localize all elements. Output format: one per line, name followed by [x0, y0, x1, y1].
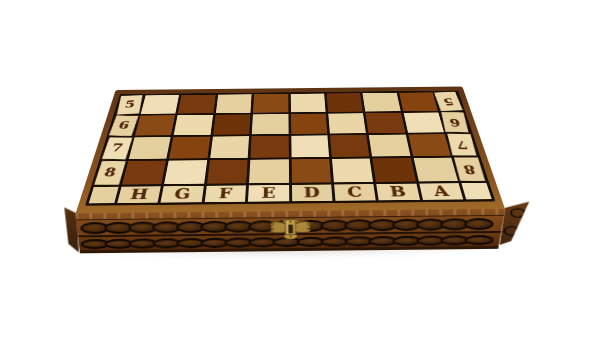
box-front-face: [75, 209, 505, 254]
square-h5: [140, 95, 179, 114]
square-f6: [213, 114, 251, 134]
square-a7: [408, 134, 451, 156]
chess-box: 55667788HGFEDCBA: [0, 0, 600, 360]
rank-label-right-6: 6: [442, 112, 469, 132]
square-h8: [122, 160, 166, 184]
square-b8: [373, 158, 416, 182]
square-b6: [366, 113, 405, 133]
file-label-d: D: [291, 184, 332, 201]
file-label-b: B: [377, 183, 420, 200]
square-e8: [249, 159, 289, 183]
rank-label-left-7: 7: [102, 137, 132, 159]
corner-cell-right: [462, 183, 492, 200]
square-c8: [332, 158, 373, 182]
corner-cell-left: [89, 186, 119, 203]
square-h7: [129, 137, 171, 159]
rank-label-right-5: 5: [435, 92, 463, 111]
square-c5: [327, 93, 363, 112]
square-c6: [328, 113, 366, 133]
square-d5: [290, 94, 325, 113]
photo-stage: 55667788HGFEDCBA: [0, 0, 600, 360]
file-label-h: H: [117, 186, 161, 203]
square-d8: [291, 159, 331, 183]
rank-label-right-7: 7: [448, 134, 477, 156]
file-label-g: G: [161, 186, 204, 203]
carved-circle: [465, 234, 494, 244]
square-d7: [291, 135, 329, 157]
square-f7: [210, 136, 249, 158]
square-f8: [207, 160, 248, 184]
chessboard-grid: 55667788HGFEDCBA: [85, 91, 495, 206]
board-top-face: 55667788HGFEDCBA: [75, 86, 505, 214]
file-label-c: C: [334, 184, 376, 201]
square-g7: [169, 136, 210, 158]
square-a6: [403, 112, 444, 132]
square-h6: [135, 115, 175, 135]
square-e5: [253, 94, 288, 113]
rank-label-left-5: 5: [117, 95, 142, 114]
square-g6: [174, 115, 213, 135]
file-label-f: F: [204, 185, 246, 202]
file-label-e: E: [248, 185, 289, 202]
square-e6: [252, 114, 288, 134]
square-b5: [363, 93, 401, 112]
rank-label-right-8: 8: [454, 157, 485, 180]
square-a5: [399, 92, 438, 111]
file-label-a: A: [419, 183, 463, 200]
rank-label-left-6: 6: [109, 115, 138, 135]
square-g8: [164, 160, 207, 184]
square-b7: [369, 134, 410, 156]
square-a8: [413, 157, 458, 181]
rank-label-left-8: 8: [94, 161, 125, 185]
carved-circle: [464, 217, 493, 229]
square-d6: [291, 114, 328, 134]
square-f5: [216, 94, 252, 113]
square-g5: [178, 95, 215, 114]
square-c7: [330, 135, 370, 157]
brass-clasp-icon: [266, 216, 314, 243]
square-e7: [250, 136, 288, 158]
